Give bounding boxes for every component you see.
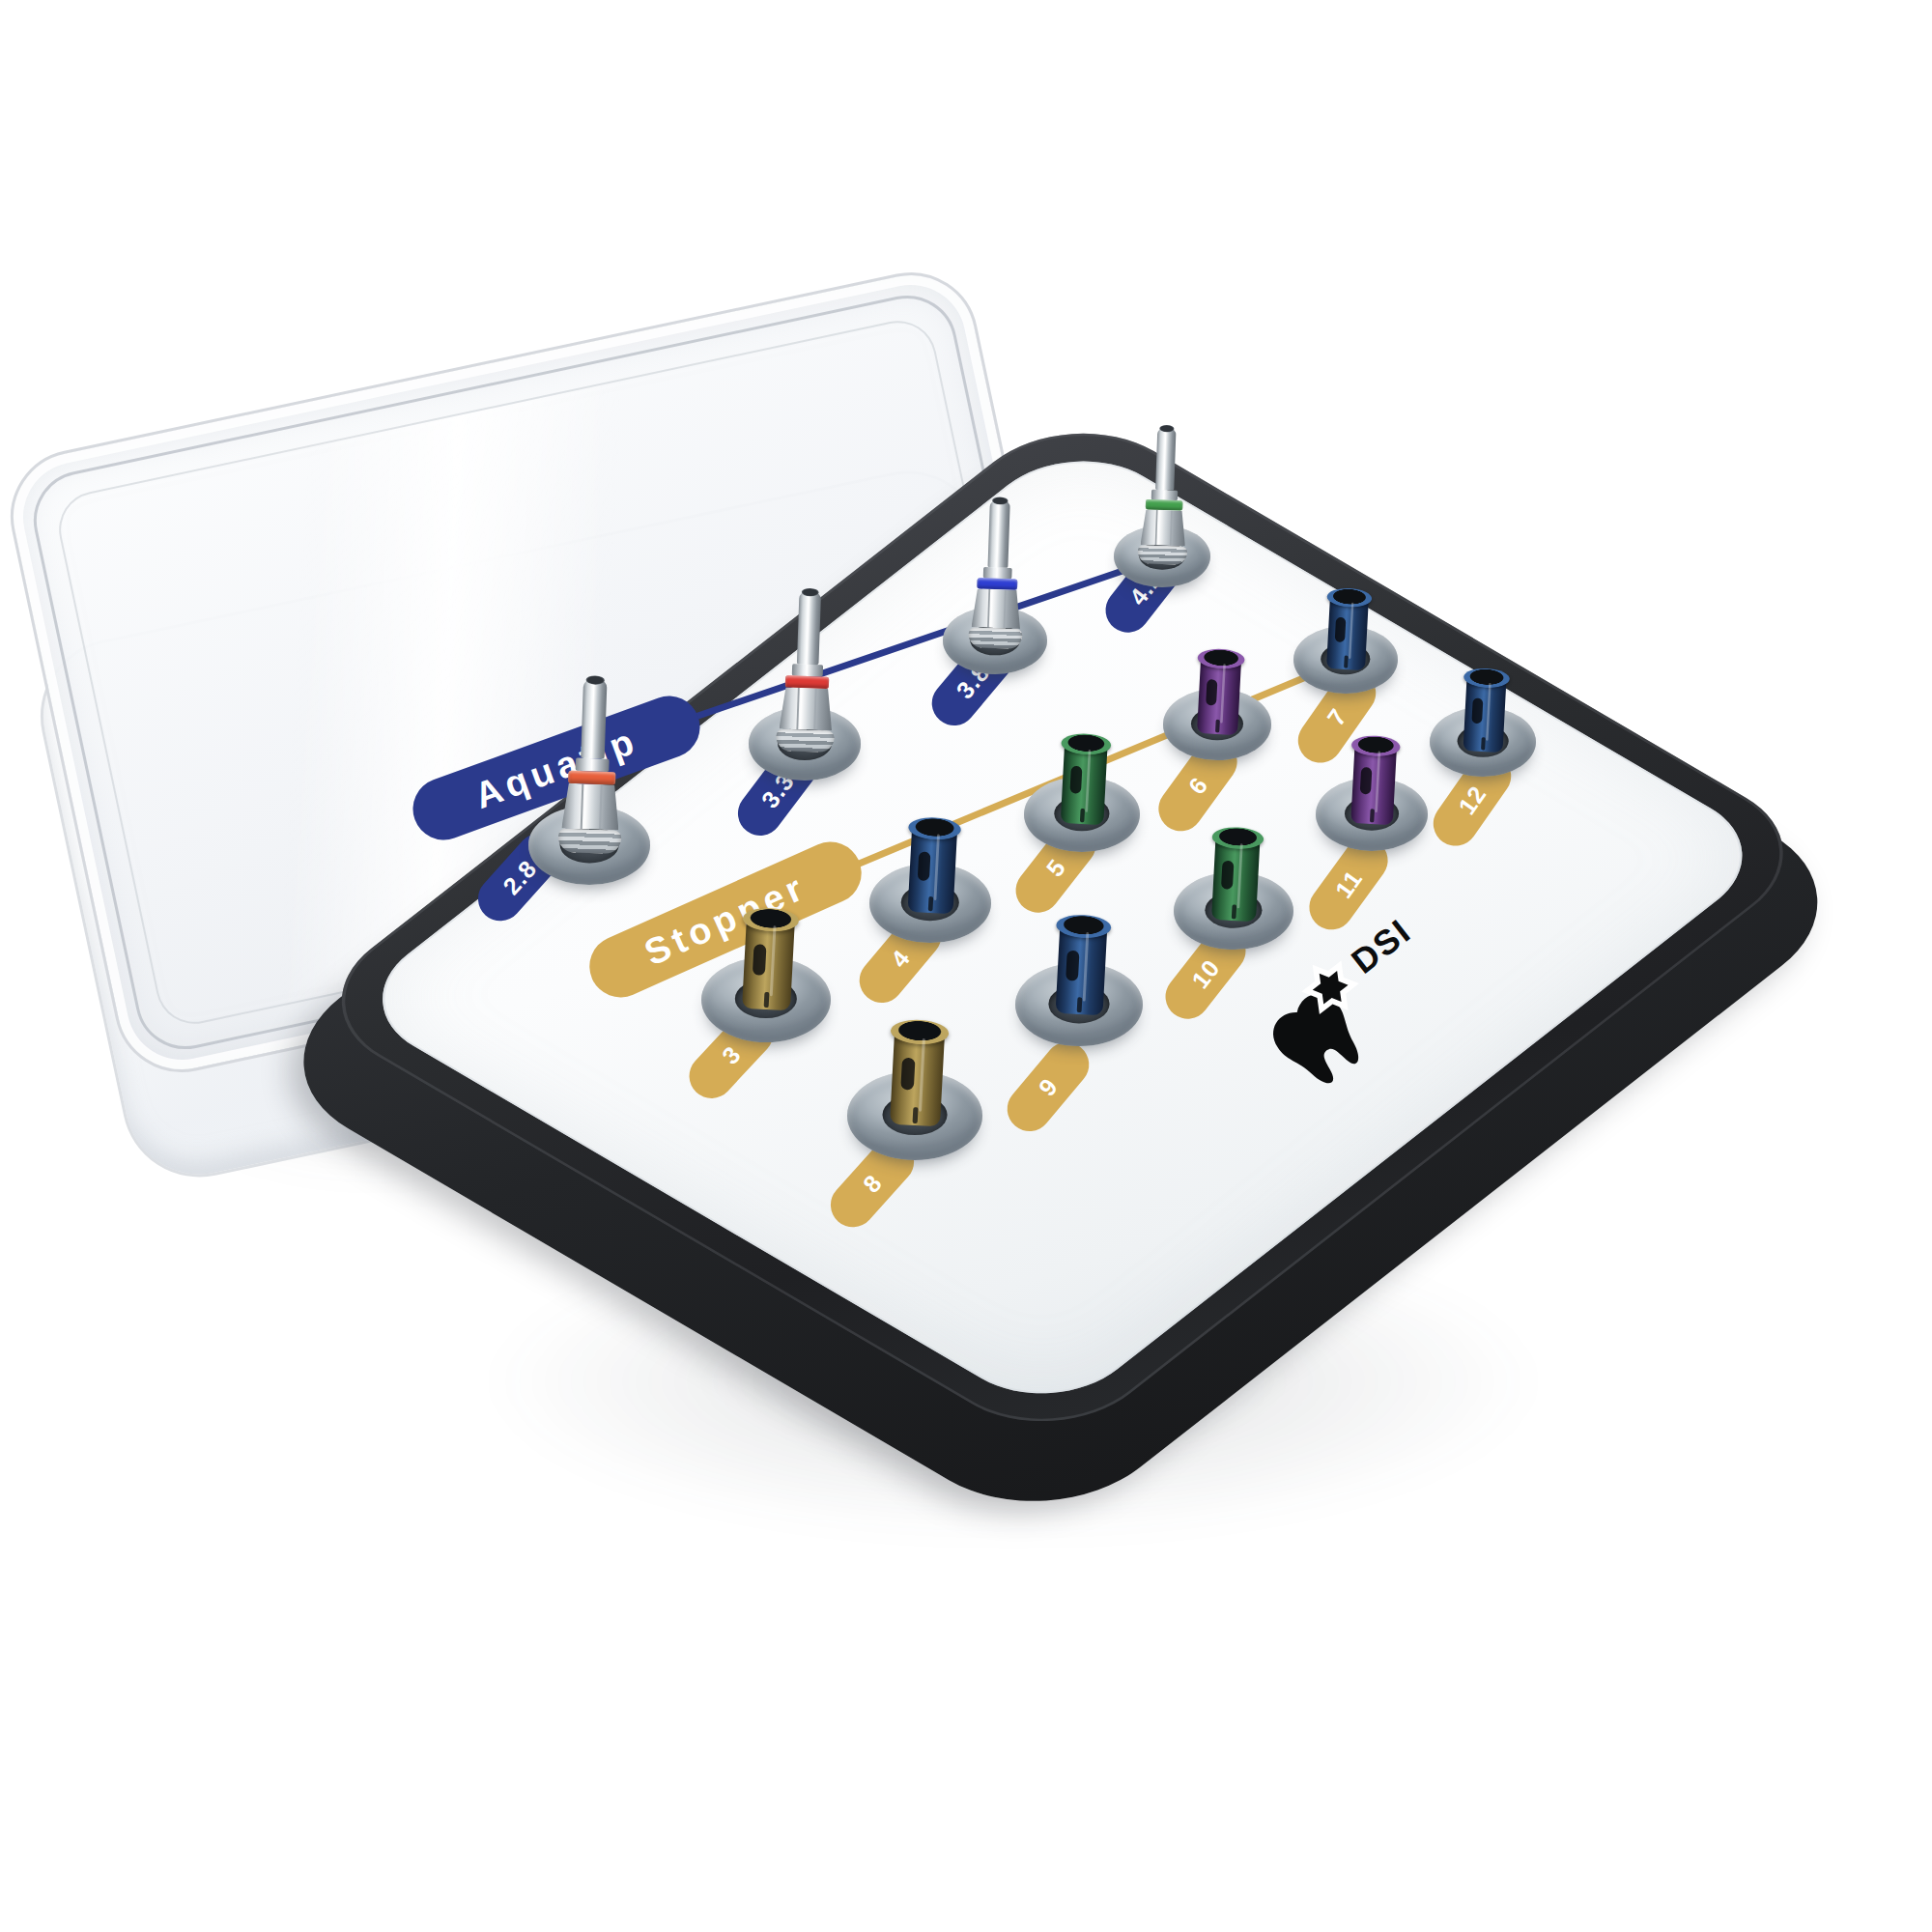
aquatip-line: [687, 558, 1159, 720]
aquatip-color-band: [977, 578, 1017, 590]
stopper-highlight: [1220, 664, 1226, 724]
stopper-slot: [1221, 861, 1234, 890]
stopper-slot: [1360, 767, 1373, 794]
dsi-logo-text: DSI: [1344, 911, 1418, 981]
stopper-cylinder: [1061, 742, 1108, 825]
aquatip-color-band: [1146, 499, 1183, 511]
stopper-tool-9: [1056, 924, 1108, 1016]
stopper-highlight: [1349, 603, 1353, 660]
stopper-slot: [1471, 697, 1483, 724]
aquatip-shaft: [797, 591, 821, 665]
stopper-cylinder: [1211, 836, 1260, 922]
aquatip-shaft: [987, 500, 1009, 568]
aquatip-tool-4.2: [1137, 427, 1191, 565]
aquatip-shaft: [1155, 428, 1176, 491]
aquatip-base-rings: [557, 828, 621, 854]
aquatip-base-rings: [968, 627, 1022, 649]
aquatip-color-band: [785, 675, 830, 689]
stopper-tool-11: [1350, 744, 1397, 825]
stopper-cylinder: [908, 827, 958, 915]
stopper-cylinder: [890, 1030, 945, 1126]
stopper-highlight: [1486, 683, 1492, 741]
stopper-highlight: [1083, 932, 1090, 1002]
scene: Aquatip Stopper 2.83.33.84.2345678910111…: [0, 0, 1932, 1932]
aquatip-hex-body: [1140, 509, 1186, 546]
stopper-tool-4: [908, 827, 958, 915]
stopper-tool-3: [742, 918, 795, 1010]
stopper-highlight: [919, 1038, 925, 1112]
stopper-slot: [918, 851, 931, 881]
stopper-slot: [1065, 951, 1079, 981]
aquatip-neck: [792, 664, 823, 676]
stopper-cylinder: [1326, 596, 1369, 670]
stopper-cylinder: [1350, 744, 1397, 825]
stopper-slot: [900, 1058, 915, 1091]
aquatip-hex-body: [780, 687, 834, 730]
stopper-slot: [1335, 617, 1347, 642]
stopper-tool-8: [890, 1030, 945, 1126]
aquatip-hex-body: [972, 588, 1022, 629]
stopper-slot: [1069, 766, 1082, 794]
stopper-highlight: [770, 925, 777, 996]
stopper-slot: [753, 944, 767, 976]
stopper-cylinder: [1056, 924, 1108, 1016]
stopper-tool-6: [1197, 657, 1241, 735]
aquatip-tool-3.8: [968, 499, 1027, 649]
aquatip-shaft: [581, 679, 607, 758]
stopper-tool-7: [1326, 596, 1369, 670]
stopper-tool-5: [1061, 742, 1108, 825]
stopper-slot: [1206, 679, 1217, 705]
stopper-highlight: [1085, 750, 1091, 812]
stopper-cylinder: [1197, 657, 1241, 735]
stopper-cylinder: [1463, 676, 1507, 753]
stopper-highlight: [1236, 843, 1242, 908]
stopper-tool-10: [1211, 836, 1260, 922]
aquatip-color-band: [568, 771, 615, 785]
aquatip-tool-3.3: [776, 591, 839, 753]
aquatip-tool-2.8: [557, 678, 627, 854]
aquatip-hex-body: [561, 783, 620, 831]
stopper-highlight: [933, 834, 939, 900]
aquatip-base-rings: [1137, 545, 1187, 565]
stopper-highlight: [1375, 752, 1380, 813]
aquatip-neck: [576, 758, 610, 772]
stopper-cylinder: [742, 918, 795, 1010]
stopper-tool-12: [1463, 676, 1507, 753]
guide-lines: [0, 0, 1932, 1932]
aquatip-base-rings: [776, 728, 835, 753]
